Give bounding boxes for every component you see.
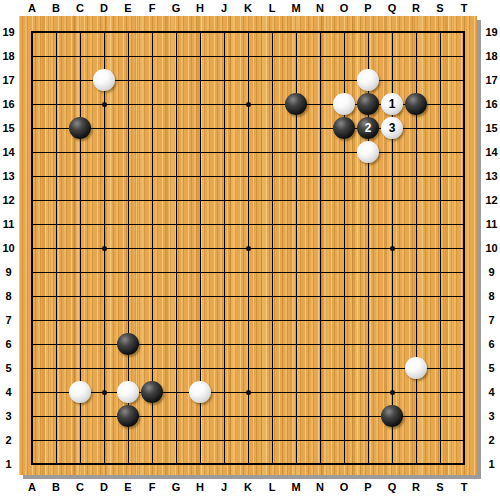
intersection[interactable] — [260, 140, 284, 164]
intersection[interactable] — [140, 380, 164, 404]
intersection[interactable] — [140, 332, 164, 356]
intersection[interactable] — [68, 404, 92, 428]
intersection[interactable] — [404, 164, 428, 188]
intersection[interactable] — [428, 260, 452, 284]
intersection[interactable] — [260, 236, 284, 260]
intersection[interactable] — [404, 116, 428, 140]
intersection[interactable] — [20, 452, 44, 476]
intersection[interactable] — [188, 404, 212, 428]
intersection[interactable] — [20, 164, 44, 188]
intersection[interactable] — [44, 404, 68, 428]
intersection[interactable] — [260, 332, 284, 356]
intersection[interactable] — [452, 140, 476, 164]
intersection[interactable] — [188, 212, 212, 236]
intersection[interactable] — [404, 236, 428, 260]
intersection[interactable] — [44, 164, 68, 188]
intersection[interactable] — [116, 20, 140, 44]
intersection[interactable] — [188, 452, 212, 476]
intersection[interactable] — [332, 140, 356, 164]
intersection[interactable] — [212, 140, 236, 164]
intersection[interactable] — [44, 236, 68, 260]
intersection[interactable] — [332, 20, 356, 44]
intersection[interactable] — [428, 68, 452, 92]
intersection[interactable] — [188, 188, 212, 212]
intersection[interactable] — [164, 188, 188, 212]
intersection[interactable] — [68, 380, 92, 404]
intersection[interactable] — [212, 164, 236, 188]
intersection[interactable] — [44, 356, 68, 380]
intersection[interactable] — [92, 140, 116, 164]
intersection[interactable] — [20, 20, 44, 44]
intersection[interactable] — [20, 212, 44, 236]
intersection[interactable] — [284, 140, 308, 164]
intersection[interactable] — [20, 260, 44, 284]
intersection[interactable] — [260, 284, 284, 308]
intersection[interactable] — [212, 404, 236, 428]
intersection[interactable] — [356, 428, 380, 452]
intersection[interactable] — [380, 68, 404, 92]
intersection[interactable] — [164, 92, 188, 116]
intersection[interactable] — [380, 236, 404, 260]
intersection[interactable] — [380, 356, 404, 380]
intersection[interactable] — [212, 380, 236, 404]
intersection[interactable] — [236, 212, 260, 236]
intersection[interactable] — [140, 20, 164, 44]
intersection[interactable] — [116, 308, 140, 332]
intersection[interactable] — [332, 92, 356, 116]
intersection[interactable] — [356, 236, 380, 260]
intersection[interactable] — [308, 452, 332, 476]
intersection[interactable] — [356, 44, 380, 68]
intersection[interactable] — [332, 260, 356, 284]
intersection[interactable] — [92, 20, 116, 44]
intersection[interactable] — [212, 332, 236, 356]
intersection[interactable] — [116, 236, 140, 260]
intersection[interactable] — [428, 332, 452, 356]
intersection[interactable] — [236, 116, 260, 140]
intersection[interactable] — [68, 140, 92, 164]
intersection[interactable] — [68, 452, 92, 476]
intersection[interactable] — [20, 332, 44, 356]
intersection[interactable] — [260, 116, 284, 140]
intersection[interactable] — [284, 92, 308, 116]
intersection[interactable] — [188, 140, 212, 164]
intersection[interactable] — [236, 260, 260, 284]
intersection[interactable] — [68, 284, 92, 308]
intersection[interactable] — [404, 20, 428, 44]
intersection[interactable] — [188, 68, 212, 92]
intersection[interactable] — [308, 284, 332, 308]
intersection[interactable] — [212, 20, 236, 44]
intersection[interactable] — [308, 404, 332, 428]
intersection[interactable] — [188, 116, 212, 140]
intersection[interactable] — [404, 188, 428, 212]
intersection[interactable] — [116, 332, 140, 356]
intersection[interactable] — [380, 44, 404, 68]
intersection[interactable] — [332, 404, 356, 428]
intersection[interactable] — [284, 380, 308, 404]
intersection[interactable] — [20, 92, 44, 116]
intersection[interactable] — [44, 428, 68, 452]
intersection[interactable] — [20, 404, 44, 428]
intersection[interactable] — [116, 284, 140, 308]
intersection[interactable] — [44, 20, 68, 44]
intersection[interactable] — [452, 212, 476, 236]
intersection[interactable] — [452, 260, 476, 284]
intersection[interactable] — [332, 212, 356, 236]
intersection[interactable] — [140, 116, 164, 140]
intersection[interactable] — [188, 380, 212, 404]
intersection[interactable] — [212, 68, 236, 92]
intersection[interactable] — [356, 20, 380, 44]
intersection[interactable] — [308, 236, 332, 260]
intersection[interactable] — [380, 404, 404, 428]
intersection[interactable] — [140, 188, 164, 212]
intersection[interactable] — [116, 404, 140, 428]
intersection[interactable] — [212, 236, 236, 260]
intersection[interactable] — [428, 92, 452, 116]
intersection[interactable] — [260, 308, 284, 332]
intersection[interactable] — [356, 308, 380, 332]
intersection[interactable] — [92, 236, 116, 260]
intersection[interactable] — [44, 452, 68, 476]
intersection[interactable] — [236, 140, 260, 164]
intersection[interactable] — [428, 20, 452, 44]
intersection[interactable] — [164, 332, 188, 356]
intersection[interactable] — [332, 188, 356, 212]
intersection[interactable] — [140, 68, 164, 92]
intersection[interactable] — [164, 452, 188, 476]
intersection[interactable] — [212, 116, 236, 140]
intersection[interactable] — [356, 452, 380, 476]
intersection[interactable] — [116, 140, 140, 164]
intersection[interactable] — [260, 380, 284, 404]
intersection[interactable] — [44, 332, 68, 356]
intersection[interactable] — [164, 116, 188, 140]
intersection[interactable] — [116, 356, 140, 380]
intersection[interactable] — [404, 452, 428, 476]
intersection[interactable] — [44, 116, 68, 140]
intersection[interactable] — [116, 452, 140, 476]
intersection[interactable] — [380, 140, 404, 164]
intersection[interactable] — [212, 188, 236, 212]
intersection[interactable] — [68, 164, 92, 188]
intersection[interactable] — [92, 212, 116, 236]
intersection[interactable] — [308, 260, 332, 284]
intersection[interactable] — [188, 164, 212, 188]
intersection[interactable] — [356, 164, 380, 188]
intersection[interactable] — [140, 212, 164, 236]
intersection[interactable] — [140, 452, 164, 476]
intersection[interactable] — [212, 260, 236, 284]
intersection[interactable] — [308, 188, 332, 212]
intersection[interactable] — [260, 92, 284, 116]
intersection[interactable] — [284, 236, 308, 260]
intersection[interactable] — [44, 68, 68, 92]
intersection[interactable] — [332, 164, 356, 188]
intersection[interactable] — [188, 284, 212, 308]
intersection[interactable] — [92, 404, 116, 428]
intersection[interactable] — [164, 68, 188, 92]
intersection[interactable] — [452, 164, 476, 188]
intersection[interactable] — [308, 428, 332, 452]
intersection[interactable] — [380, 212, 404, 236]
intersection[interactable]: 2 — [356, 116, 380, 140]
intersection[interactable] — [428, 356, 452, 380]
intersection[interactable] — [20, 380, 44, 404]
intersection[interactable] — [452, 308, 476, 332]
intersection[interactable] — [332, 332, 356, 356]
intersection[interactable] — [236, 284, 260, 308]
intersection[interactable] — [284, 332, 308, 356]
intersection[interactable] — [44, 260, 68, 284]
intersection[interactable] — [92, 428, 116, 452]
intersection[interactable] — [308, 212, 332, 236]
intersection[interactable] — [212, 284, 236, 308]
intersection[interactable] — [404, 140, 428, 164]
intersection[interactable] — [92, 68, 116, 92]
intersection[interactable] — [332, 380, 356, 404]
intersection[interactable] — [44, 212, 68, 236]
intersection[interactable] — [140, 356, 164, 380]
intersection[interactable] — [164, 20, 188, 44]
intersection[interactable] — [332, 116, 356, 140]
intersection[interactable] — [404, 260, 428, 284]
intersection[interactable] — [356, 260, 380, 284]
intersection[interactable] — [140, 404, 164, 428]
intersection[interactable] — [260, 452, 284, 476]
intersection[interactable] — [308, 140, 332, 164]
intersection[interactable] — [428, 116, 452, 140]
intersection[interactable] — [92, 380, 116, 404]
intersection[interactable] — [164, 284, 188, 308]
intersection[interactable] — [452, 188, 476, 212]
intersection[interactable] — [284, 20, 308, 44]
intersection[interactable] — [92, 308, 116, 332]
intersection[interactable] — [284, 284, 308, 308]
intersection[interactable] — [236, 308, 260, 332]
intersection[interactable] — [20, 68, 44, 92]
intersection[interactable] — [308, 116, 332, 140]
intersection[interactable] — [404, 284, 428, 308]
intersection[interactable] — [188, 356, 212, 380]
intersection[interactable] — [404, 356, 428, 380]
intersection[interactable] — [68, 260, 92, 284]
intersection[interactable] — [44, 308, 68, 332]
intersection[interactable] — [428, 380, 452, 404]
intersection[interactable] — [188, 44, 212, 68]
intersection[interactable] — [260, 68, 284, 92]
intersection[interactable] — [44, 92, 68, 116]
intersection[interactable] — [44, 284, 68, 308]
intersection[interactable] — [356, 212, 380, 236]
intersection[interactable] — [116, 68, 140, 92]
intersection[interactable] — [284, 116, 308, 140]
intersection[interactable] — [308, 92, 332, 116]
intersection[interactable] — [212, 92, 236, 116]
intersection[interactable] — [140, 164, 164, 188]
intersection[interactable] — [92, 356, 116, 380]
intersection[interactable] — [452, 356, 476, 380]
intersection[interactable] — [452, 20, 476, 44]
intersection[interactable] — [452, 332, 476, 356]
intersection[interactable] — [380, 284, 404, 308]
intersection[interactable] — [236, 356, 260, 380]
intersection[interactable] — [260, 212, 284, 236]
intersection[interactable] — [284, 260, 308, 284]
intersection[interactable] — [452, 44, 476, 68]
intersection[interactable] — [116, 428, 140, 452]
intersection[interactable] — [332, 44, 356, 68]
intersection[interactable] — [68, 188, 92, 212]
intersection[interactable] — [212, 308, 236, 332]
intersection[interactable] — [116, 164, 140, 188]
intersection[interactable] — [140, 92, 164, 116]
intersection[interactable] — [356, 404, 380, 428]
intersection[interactable] — [116, 44, 140, 68]
intersection[interactable] — [380, 188, 404, 212]
intersection[interactable] — [308, 380, 332, 404]
intersection[interactable] — [284, 68, 308, 92]
intersection[interactable] — [380, 332, 404, 356]
intersection[interactable] — [140, 428, 164, 452]
intersection[interactable] — [452, 116, 476, 140]
intersection[interactable] — [380, 428, 404, 452]
intersection[interactable] — [404, 404, 428, 428]
intersection[interactable] — [20, 44, 44, 68]
intersection[interactable] — [236, 68, 260, 92]
intersection[interactable] — [20, 356, 44, 380]
intersection[interactable] — [452, 404, 476, 428]
intersection[interactable] — [404, 68, 428, 92]
intersection[interactable] — [380, 20, 404, 44]
intersection[interactable] — [164, 140, 188, 164]
intersection[interactable] — [356, 380, 380, 404]
intersection[interactable] — [404, 44, 428, 68]
intersection[interactable] — [404, 308, 428, 332]
intersection[interactable] — [188, 332, 212, 356]
intersection[interactable] — [140, 44, 164, 68]
intersection[interactable] — [356, 68, 380, 92]
intersection[interactable] — [452, 92, 476, 116]
intersection[interactable] — [356, 188, 380, 212]
intersection[interactable] — [92, 284, 116, 308]
intersection[interactable] — [164, 260, 188, 284]
intersection[interactable] — [116, 380, 140, 404]
intersection[interactable] — [356, 356, 380, 380]
intersection[interactable] — [260, 428, 284, 452]
intersection[interactable] — [92, 116, 116, 140]
intersection[interactable] — [140, 260, 164, 284]
intersection[interactable] — [188, 92, 212, 116]
intersection[interactable] — [332, 308, 356, 332]
intersection[interactable] — [260, 356, 284, 380]
intersection[interactable] — [164, 428, 188, 452]
intersection[interactable] — [308, 356, 332, 380]
intersection[interactable] — [380, 260, 404, 284]
intersection[interactable] — [92, 92, 116, 116]
intersection[interactable] — [236, 332, 260, 356]
intersection[interactable] — [20, 308, 44, 332]
intersection[interactable] — [380, 452, 404, 476]
intersection[interactable] — [188, 428, 212, 452]
intersection[interactable] — [212, 428, 236, 452]
intersection[interactable] — [284, 212, 308, 236]
intersection[interactable] — [188, 308, 212, 332]
intersection[interactable] — [116, 116, 140, 140]
intersection[interactable] — [92, 452, 116, 476]
intersection[interactable] — [236, 428, 260, 452]
intersection[interactable] — [428, 404, 452, 428]
intersection[interactable] — [308, 308, 332, 332]
intersection[interactable] — [260, 404, 284, 428]
intersection[interactable] — [308, 68, 332, 92]
intersection[interactable] — [284, 428, 308, 452]
intersection[interactable] — [236, 92, 260, 116]
intersection[interactable] — [164, 380, 188, 404]
intersection[interactable] — [116, 188, 140, 212]
intersection[interactable] — [236, 164, 260, 188]
intersection[interactable] — [20, 284, 44, 308]
intersection[interactable] — [68, 92, 92, 116]
intersection[interactable] — [428, 44, 452, 68]
intersection[interactable] — [236, 188, 260, 212]
intersection[interactable] — [236, 452, 260, 476]
intersection[interactable] — [188, 260, 212, 284]
intersection[interactable] — [428, 284, 452, 308]
intersection[interactable] — [452, 428, 476, 452]
intersection[interactable] — [356, 332, 380, 356]
intersection[interactable] — [140, 284, 164, 308]
intersection[interactable] — [92, 260, 116, 284]
intersection[interactable] — [116, 92, 140, 116]
intersection[interactable] — [164, 212, 188, 236]
intersection[interactable] — [452, 68, 476, 92]
intersection[interactable] — [332, 284, 356, 308]
intersection[interactable] — [404, 92, 428, 116]
intersection[interactable] — [68, 356, 92, 380]
intersection[interactable] — [308, 164, 332, 188]
intersection[interactable] — [380, 380, 404, 404]
intersection[interactable] — [284, 44, 308, 68]
intersection[interactable] — [68, 236, 92, 260]
intersection[interactable] — [164, 236, 188, 260]
intersection[interactable] — [164, 356, 188, 380]
intersection[interactable] — [428, 308, 452, 332]
intersection[interactable] — [92, 164, 116, 188]
intersection[interactable] — [164, 44, 188, 68]
intersection[interactable] — [332, 356, 356, 380]
intersection[interactable] — [20, 236, 44, 260]
intersection[interactable] — [332, 236, 356, 260]
intersection[interactable] — [332, 428, 356, 452]
intersection[interactable] — [92, 188, 116, 212]
intersection[interactable] — [236, 236, 260, 260]
intersection[interactable] — [284, 404, 308, 428]
intersection[interactable] — [452, 236, 476, 260]
intersection[interactable] — [68, 68, 92, 92]
intersection[interactable] — [356, 140, 380, 164]
intersection[interactable] — [284, 308, 308, 332]
intersection[interactable] — [116, 260, 140, 284]
intersection[interactable] — [20, 140, 44, 164]
intersection[interactable]: 3 — [380, 116, 404, 140]
intersection[interactable] — [308, 20, 332, 44]
intersection[interactable] — [260, 260, 284, 284]
intersection[interactable] — [380, 308, 404, 332]
intersection[interactable] — [428, 212, 452, 236]
intersection[interactable] — [188, 236, 212, 260]
